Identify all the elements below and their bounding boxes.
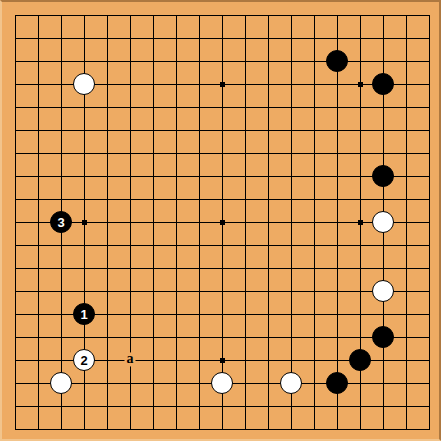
- star-point-q10: [358, 220, 363, 225]
- star-point-k10: [220, 220, 225, 225]
- black-stone-r16: [372, 73, 394, 95]
- white-stone-c3: [50, 372, 72, 394]
- white-stone-d4: 2: [73, 349, 95, 371]
- black-stone-p17: [326, 50, 348, 72]
- go-board: 123a: [0, 0, 441, 441]
- white-stone-d16: [73, 73, 95, 95]
- white-stone-k3: [211, 372, 233, 394]
- black-stone-r5: [372, 326, 394, 348]
- star-point-k4: [220, 358, 225, 363]
- white-stone-r10: [372, 211, 394, 233]
- black-stone-r12: [372, 165, 394, 187]
- star-point-d10: [82, 220, 87, 225]
- black-stone-d6: 1: [73, 303, 95, 325]
- black-stone-c10: 3: [50, 211, 72, 233]
- black-stone-q4: [349, 349, 371, 371]
- white-stone-r7: [372, 280, 394, 302]
- black-stone-p3: [326, 372, 348, 394]
- point-label-a: a: [125, 352, 136, 366]
- star-point-q16: [358, 82, 363, 87]
- star-point-k16: [220, 82, 225, 87]
- white-stone-n3: [280, 372, 302, 394]
